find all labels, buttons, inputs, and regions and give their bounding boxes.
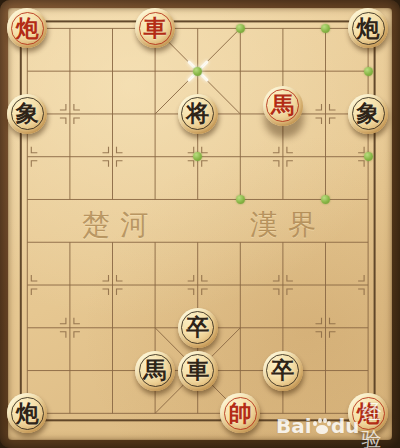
- piece-character: 卒: [186, 316, 209, 339]
- piece-character: 馬: [271, 94, 294, 117]
- watermark-brand-cn: 经验: [362, 399, 400, 448]
- piece-black-elephant[interactable]: 象: [348, 94, 388, 134]
- watermark-brand-prefix: Bai: [276, 414, 312, 438]
- piece-black-general[interactable]: 将: [178, 94, 218, 134]
- piece-character: 卒: [271, 359, 294, 382]
- move-target-dot[interactable]: [321, 24, 330, 33]
- piece-black-soldier[interactable]: 卒: [263, 351, 303, 391]
- piece-black-cannon[interactable]: 炮: [348, 8, 388, 48]
- board-intersection-grid: 炮車炮象将馬象卒馬車卒炮帥炮: [6, 7, 389, 435]
- piece-red-horse[interactable]: 馬: [263, 86, 303, 126]
- watermark-brand-suffix: du: [331, 414, 360, 438]
- watermark-brand: Bai du 经验: [276, 399, 400, 448]
- piece-character: 炮: [357, 17, 380, 40]
- piece-character: 帥: [229, 402, 252, 425]
- piece-black-elephant[interactable]: 象: [7, 94, 47, 134]
- piece-character: 車: [144, 17, 167, 40]
- piece-character: 象: [357, 102, 380, 125]
- piece-red-general[interactable]: 帥: [220, 393, 260, 433]
- watermark: Bai du 经验 jingyan.baidu.com: [276, 399, 400, 448]
- move-target-dot[interactable]: [193, 152, 202, 161]
- piece-red-cannon[interactable]: 炮: [7, 8, 47, 48]
- xiangqi-app-window: 楚河 漢界 炮車炮象将馬象卒馬車卒炮帥炮 Bai du 经验 jingyan.b…: [0, 0, 400, 448]
- piece-character: 車: [186, 359, 209, 382]
- move-target-dot[interactable]: [193, 67, 202, 76]
- piece-character: 象: [16, 102, 39, 125]
- piece-black-chariot[interactable]: 車: [178, 351, 218, 391]
- move-target-dot[interactable]: [364, 67, 373, 76]
- piece-black-cannon[interactable]: 炮: [7, 393, 47, 433]
- move-target-dot[interactable]: [236, 195, 245, 204]
- baidu-paw-icon: [313, 418, 330, 435]
- piece-red-chariot[interactable]: 車: [135, 8, 175, 48]
- piece-character: 炮: [16, 402, 39, 425]
- piece-character: 将: [186, 102, 209, 125]
- piece-character: 炮: [16, 17, 39, 40]
- move-target-dot[interactable]: [321, 195, 330, 204]
- piece-character: 馬: [144, 359, 167, 382]
- piece-black-soldier[interactable]: 卒: [178, 308, 218, 348]
- piece-black-horse[interactable]: 馬: [135, 351, 175, 391]
- move-target-dot[interactable]: [236, 24, 245, 33]
- move-target-dot[interactable]: [364, 152, 373, 161]
